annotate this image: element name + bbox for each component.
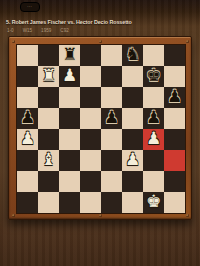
square-e3[interactable]	[101, 150, 122, 171]
game-title: 5. Robert James Fischer vs. Hector Decio…	[6, 19, 196, 25]
square-h8[interactable]	[164, 45, 185, 66]
frame-screw	[99, 40, 102, 43]
piece-black-rook: ♜	[62, 46, 77, 63]
square-f6[interactable]	[122, 87, 143, 108]
square-f2[interactable]	[122, 171, 143, 192]
game-meta-row: 1-0 W15 1959 C92	[7, 28, 69, 33]
meta-year: 1959	[41, 28, 51, 33]
board-frame: ♜♞♜♟♚♟♟♟♟♟♟♝♟♚	[8, 36, 192, 220]
piece-white-pawn: ♟	[125, 151, 140, 168]
square-f5[interactable]	[122, 108, 143, 129]
square-a8[interactable]	[17, 45, 38, 66]
square-h7[interactable]	[164, 66, 185, 87]
square-c6[interactable]	[59, 87, 80, 108]
square-b8[interactable]	[38, 45, 59, 66]
square-h5[interactable]	[164, 108, 185, 129]
frame-screw	[12, 40, 15, 43]
meta-result: 1-0	[7, 28, 14, 33]
square-h2[interactable]	[164, 171, 185, 192]
square-e6[interactable]	[101, 87, 122, 108]
status-pill[interactable]: ⋯	[20, 2, 40, 12]
piece-black-pawn: ♟	[146, 109, 161, 126]
square-d2[interactable]	[80, 171, 101, 192]
square-f4[interactable]	[122, 129, 143, 150]
frame-screw	[99, 214, 102, 217]
square-d5[interactable]	[80, 108, 101, 129]
square-c3[interactable]	[59, 150, 80, 171]
square-a6[interactable]	[17, 87, 38, 108]
square-d3[interactable]	[80, 150, 101, 171]
frame-screw	[12, 214, 15, 217]
square-h3[interactable]	[164, 150, 185, 171]
piece-black-pawn: ♟	[167, 88, 182, 105]
piece-black-knight: ♞	[125, 46, 140, 63]
square-g4[interactable]: ♟	[143, 129, 164, 150]
meta-moves: W15	[23, 28, 32, 33]
square-c8[interactable]: ♜	[59, 45, 80, 66]
square-b6[interactable]	[38, 87, 59, 108]
piece-white-rook: ♜	[41, 67, 56, 84]
square-h4[interactable]	[164, 129, 185, 150]
square-b2[interactable]	[38, 171, 59, 192]
square-g1[interactable]: ♚	[143, 192, 164, 213]
square-d1[interactable]	[80, 192, 101, 213]
chess-board: ♜♞♜♟♚♟♟♟♟♟♟♝♟♚	[16, 44, 186, 214]
piece-white-king: ♚	[146, 193, 161, 210]
square-d6[interactable]	[80, 87, 101, 108]
square-b3[interactable]: ♝	[38, 150, 59, 171]
piece-white-bishop: ♝	[41, 151, 56, 168]
square-e1[interactable]	[101, 192, 122, 213]
square-e5[interactable]: ♟	[101, 108, 122, 129]
square-f7[interactable]	[122, 66, 143, 87]
square-b5[interactable]	[38, 108, 59, 129]
piece-white-pawn: ♟	[146, 130, 161, 147]
square-e7[interactable]	[101, 66, 122, 87]
meta-eco: C92	[60, 28, 68, 33]
square-g6[interactable]	[143, 87, 164, 108]
square-a3[interactable]	[17, 150, 38, 171]
square-e4[interactable]	[101, 129, 122, 150]
square-a1[interactable]	[17, 192, 38, 213]
piece-white-pawn: ♟	[20, 130, 35, 147]
square-e8[interactable]	[101, 45, 122, 66]
square-f8[interactable]: ♞	[122, 45, 143, 66]
piece-black-pawn: ♟	[20, 109, 35, 126]
square-a7[interactable]	[17, 66, 38, 87]
chess-app-screen: ⋯ 5. Robert James Fischer vs. Hector Dec…	[0, 0, 200, 266]
square-c7[interactable]: ♟	[59, 66, 80, 87]
square-a4[interactable]: ♟	[17, 129, 38, 150]
square-d8[interactable]	[80, 45, 101, 66]
square-g2[interactable]	[143, 171, 164, 192]
piece-black-pawn: ♟	[104, 109, 119, 126]
piece-white-pawn: ♟	[62, 67, 77, 84]
frame-screw	[186, 40, 189, 43]
square-d4[interactable]	[80, 129, 101, 150]
square-b4[interactable]	[38, 129, 59, 150]
square-c5[interactable]	[59, 108, 80, 129]
square-c1[interactable]	[59, 192, 80, 213]
square-a2[interactable]	[17, 171, 38, 192]
square-g3[interactable]	[143, 150, 164, 171]
square-g8[interactable]	[143, 45, 164, 66]
square-f3[interactable]: ♟	[122, 150, 143, 171]
square-g5[interactable]: ♟	[143, 108, 164, 129]
square-d7[interactable]	[80, 66, 101, 87]
square-c4[interactable]	[59, 129, 80, 150]
square-b7[interactable]: ♜	[38, 66, 59, 87]
square-a5[interactable]: ♟	[17, 108, 38, 129]
square-f1[interactable]	[122, 192, 143, 213]
square-b1[interactable]	[38, 192, 59, 213]
square-h1[interactable]	[164, 192, 185, 213]
square-h6[interactable]: ♟	[164, 87, 185, 108]
frame-screw	[186, 214, 189, 217]
piece-black-king: ♚	[146, 67, 161, 84]
square-c2[interactable]	[59, 171, 80, 192]
square-g7[interactable]: ♚	[143, 66, 164, 87]
square-e2[interactable]	[101, 171, 122, 192]
